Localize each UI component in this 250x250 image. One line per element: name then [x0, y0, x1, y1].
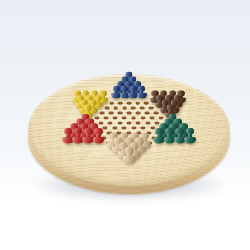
peg-red[interactable] [93, 128, 105, 145]
peg-base [123, 156, 136, 163]
board-hole[interactable] [131, 107, 136, 110]
board-hole[interactable] [136, 112, 141, 115]
board-hole[interactable] [141, 126, 146, 129]
board-cells-layer [0, 0, 250, 250]
board-hole[interactable] [100, 112, 105, 115]
board-hole[interactable] [113, 107, 118, 110]
chinese-checkers-product-photo [0, 0, 250, 250]
peg-base [93, 136, 105, 143]
board-hole[interactable] [136, 122, 141, 125]
board-hole[interactable] [122, 126, 127, 129]
board-hole[interactable] [149, 107, 154, 110]
board-hole[interactable] [127, 102, 132, 105]
board-hole[interactable] [150, 117, 155, 120]
board-hole[interactable] [109, 112, 114, 115]
peg-green[interactable] [184, 128, 196, 145]
board-hole[interactable] [127, 122, 132, 125]
board-hole[interactable] [105, 107, 110, 110]
board-hole[interactable] [113, 117, 118, 120]
peg-natural[interactable] [123, 146, 136, 165]
board-hole[interactable] [127, 112, 132, 115]
board-hole[interactable] [144, 102, 149, 105]
board-hole[interactable] [118, 102, 123, 105]
board-hole[interactable] [145, 122, 150, 125]
board-hole[interactable] [145, 112, 150, 115]
board-hole[interactable] [140, 117, 145, 120]
board-hole[interactable] [154, 112, 159, 115]
peg-blue[interactable] [137, 86, 147, 100]
board-hole[interactable] [135, 102, 140, 105]
board-hole[interactable] [140, 107, 145, 110]
board-hole[interactable] [122, 117, 127, 120]
peg-base [184, 136, 196, 143]
board-hole[interactable] [118, 112, 123, 115]
board-hole[interactable] [108, 122, 113, 125]
peg-base [137, 93, 147, 99]
board-hole[interactable] [104, 117, 109, 120]
board-hole[interactable] [109, 102, 114, 105]
board-hole[interactable] [112, 126, 117, 129]
board-hole[interactable] [117, 122, 122, 125]
board-hole[interactable] [122, 107, 127, 110]
board-hole[interactable] [131, 117, 136, 120]
board-hole[interactable] [131, 126, 136, 129]
